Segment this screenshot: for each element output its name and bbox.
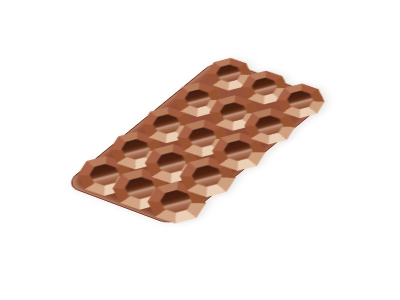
cavity-bottom-facet <box>182 87 214 110</box>
product-photo-canvas <box>0 0 400 300</box>
cavity-bottom-facet <box>189 163 226 190</box>
mold-tray <box>63 58 330 227</box>
cavity-bottom-facet <box>284 88 316 111</box>
cavity-bottom-facet <box>249 76 280 98</box>
cavity-bottom-facet <box>252 113 286 137</box>
cavity-bottom-facet <box>214 63 244 85</box>
cavity-bottom-facet <box>157 187 196 215</box>
cavity-bottom-facet <box>150 112 183 136</box>
cavity-bottom-facet <box>221 138 256 163</box>
cavity-bottom-facet <box>185 125 219 150</box>
cavity-bottom-facet <box>217 100 250 123</box>
